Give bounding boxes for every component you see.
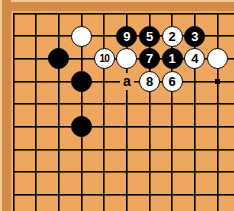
intersection-c6-r8 — [115, 161, 138, 184]
move-number: 9 — [123, 30, 130, 43]
move-number: 10 — [99, 54, 109, 64]
intersection-c7-r9 — [138, 184, 161, 211]
intersection-c3-r2 — [47, 25, 70, 48]
move-number: 4 — [191, 52, 198, 65]
move-number: 8 — [146, 75, 153, 88]
intersection-c9-r7 — [184, 138, 207, 161]
intersection-c5-r4 — [93, 70, 116, 93]
intersection-c5-r7 — [93, 138, 116, 161]
stone-white-move-10: 10 — [94, 48, 115, 69]
move-number: 7 — [146, 52, 153, 65]
intersection-c2-r2 — [25, 25, 48, 48]
intersection-c5-r1 — [93, 2, 116, 25]
stone-white-move-8: 8 — [139, 71, 160, 92]
intersection-c6-r5 — [115, 93, 138, 116]
intersection-c2-r8 — [25, 161, 48, 184]
intersection-c1-r7 — [2, 138, 25, 161]
intersection-c9-r4 — [184, 70, 207, 93]
intersection-c5-r9 — [93, 184, 116, 211]
stone-black — [71, 71, 92, 92]
intersection-c5-r6 — [93, 115, 116, 138]
intersection-c10-r2 — [206, 25, 234, 48]
intersection-c3-r4 — [47, 70, 70, 93]
intersection-c8-r2: 2 — [161, 25, 184, 48]
intersection-c7-r4: 8 — [138, 70, 161, 93]
intersection-c2-r7 — [25, 138, 48, 161]
move-number: 2 — [169, 30, 176, 43]
intersection-c6-r3 — [115, 47, 138, 70]
stone-white — [207, 48, 228, 69]
point-label-a: a — [120, 73, 134, 90]
stone-white-move-2: 2 — [162, 26, 183, 47]
intersection-c2-r5 — [25, 93, 48, 116]
intersection-c7-r2: 5 — [138, 25, 161, 48]
intersection-c10-r3 — [206, 47, 234, 70]
intersection-c8-r1 — [161, 2, 184, 25]
intersection-c6-r4: a — [115, 70, 138, 93]
intersection-c7-r3: 7 — [138, 47, 161, 70]
move-number: 1 — [169, 52, 176, 65]
intersection-c6-r7 — [115, 138, 138, 161]
intersection-c9-r3: 4 — [184, 47, 207, 70]
intersection-c10-r6 — [206, 115, 234, 138]
star-point-marker — [215, 79, 220, 84]
intersection-c10-r1 — [206, 2, 234, 25]
intersection-c3-r6 — [47, 115, 70, 138]
intersection-c4-r7 — [70, 138, 93, 161]
intersection-c8-r5 — [161, 93, 184, 116]
intersection-c3-r9 — [47, 184, 70, 211]
intersection-c9-r9 — [184, 184, 207, 211]
intersection-c9-r2: 3 — [184, 25, 207, 48]
intersection-c4-r4 — [70, 70, 93, 93]
intersection-c8-r6 — [161, 115, 184, 138]
intersection-c1-r3 — [2, 47, 25, 70]
intersection-c8-r9 — [161, 184, 184, 211]
intersection-c10-r7 — [206, 138, 234, 161]
intersection-c3-r8 — [47, 161, 70, 184]
intersection-c3-r1 — [47, 2, 70, 25]
intersection-c1-r1 — [2, 2, 25, 25]
intersection-c2-r4 — [25, 70, 48, 93]
intersection-c9-r8 — [184, 161, 207, 184]
intersection-c5-r5 — [93, 93, 116, 116]
intersection-c4-r1 — [70, 2, 93, 25]
stone-white-move-6: 6 — [162, 71, 183, 92]
intersection-c9-r6 — [184, 115, 207, 138]
intersection-c7-r6 — [138, 115, 161, 138]
intersection-c10-r4 — [206, 70, 234, 93]
intersection-c5-r3: 10 — [93, 47, 116, 70]
intersection-c1-r4 — [2, 70, 25, 93]
intersection-c2-r9 — [25, 184, 48, 211]
intersection-c8-r7 — [161, 138, 184, 161]
stone-black — [71, 116, 92, 137]
intersection-c7-r8 — [138, 161, 161, 184]
intersection-c1-r6 — [2, 115, 25, 138]
stone-white — [116, 48, 137, 69]
stone-black-move-1: 1 — [162, 48, 183, 69]
stone-black — [48, 48, 69, 69]
intersection-c8-r4: 6 — [161, 70, 184, 93]
go-diagram: 952310714a86 — [0, 0, 234, 211]
intersection-c1-r8 — [2, 161, 25, 184]
intersection-c8-r3: 1 — [161, 47, 184, 70]
move-number: 6 — [169, 75, 176, 88]
intersection-c3-r5 — [47, 93, 70, 116]
intersection-c2-r3 — [25, 47, 48, 70]
intersection-c9-r1 — [184, 2, 207, 25]
intersection-c6-r9 — [115, 184, 138, 211]
intersection-c1-r9 — [2, 184, 25, 211]
stone-white-move-4: 4 — [184, 48, 205, 69]
intersection-c4-r5 — [70, 93, 93, 116]
intersection-c6-r2: 9 — [115, 25, 138, 48]
intersection-c1-r2 — [2, 25, 25, 48]
move-number: 5 — [146, 30, 153, 43]
intersection-c10-r9 — [206, 184, 234, 211]
intersection-c3-r3 — [47, 47, 70, 70]
intersection-c6-r1 — [115, 2, 138, 25]
go-board-grid: 952310714a86 — [2, 2, 234, 211]
intersection-c4-r6 — [70, 115, 93, 138]
intersection-c10-r8 — [206, 161, 234, 184]
intersection-c1-r5 — [2, 93, 25, 116]
move-number: 3 — [191, 30, 198, 43]
intersection-c7-r5 — [138, 93, 161, 116]
intersection-c9-r5 — [184, 93, 207, 116]
intersection-c7-r7 — [138, 138, 161, 161]
stone-black-move-3: 3 — [184, 26, 205, 47]
intersection-c4-r9 — [70, 184, 93, 211]
intersection-c4-r3 — [70, 47, 93, 70]
stone-black-move-9: 9 — [116, 26, 137, 47]
intersection-c10-r5 — [206, 93, 234, 116]
intersection-c8-r8 — [161, 161, 184, 184]
intersection-c5-r8 — [93, 161, 116, 184]
stone-black-move-5: 5 — [139, 26, 160, 47]
intersection-c2-r6 — [25, 115, 48, 138]
intersection-c3-r7 — [47, 138, 70, 161]
intersection-c7-r1 — [138, 2, 161, 25]
intersection-c5-r2 — [93, 25, 116, 48]
intersection-c4-r8 — [70, 161, 93, 184]
intersection-c2-r1 — [25, 2, 48, 25]
stone-black-move-7: 7 — [139, 48, 160, 69]
stone-white — [71, 26, 92, 47]
intersection-c6-r6 — [115, 115, 138, 138]
intersection-c4-r2 — [70, 25, 93, 48]
